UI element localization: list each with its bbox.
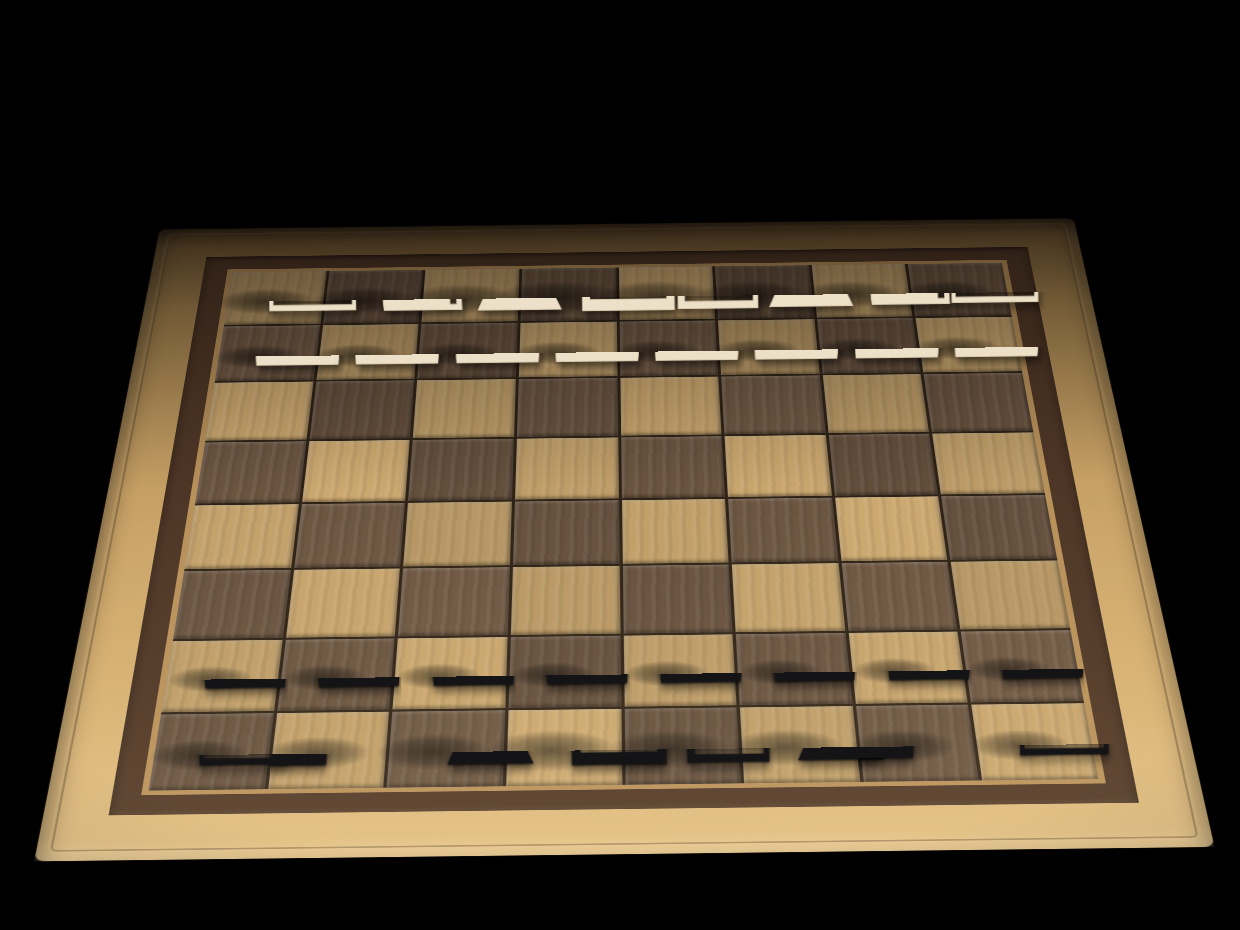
piece-black-knight[interactable]: ♞ — [271, 753, 388, 754]
black-knight-glyph: ♞ — [288, 554, 371, 803]
square[interactable] — [520, 268, 616, 321]
square[interactable] — [721, 375, 825, 434]
black-king-glyph: ♚ — [522, 503, 605, 813]
square[interactable] — [811, 264, 912, 317]
square[interactable] — [620, 377, 722, 436]
square[interactable] — [195, 441, 306, 503]
square[interactable] — [422, 269, 520, 322]
black-bishop-glyph: ♝ — [405, 535, 488, 806]
square[interactable] — [517, 378, 618, 437]
square[interactable] — [718, 319, 820, 375]
square[interactable] — [316, 324, 419, 380]
chess-board: ♜♞♝♚♛♝♞♜♟♟♟♟♟♟♟♟♟♟♟♟♟♟♟♟♜♞♝♚♛♝♞♜ — [34, 219, 1214, 862]
black-knight-glyph: ♞ — [874, 547, 957, 796]
square[interactable] — [725, 435, 832, 497]
square[interactable] — [932, 432, 1044, 494]
square[interactable] — [417, 323, 517, 379]
square[interactable] — [908, 263, 1012, 316]
piece-black-rook[interactable]: ♜ — [975, 744, 1092, 745]
square[interactable] — [205, 382, 313, 441]
square[interactable] — [823, 374, 930, 433]
square[interactable] — [829, 434, 939, 496]
square[interactable] — [309, 380, 414, 439]
square[interactable] — [519, 321, 617, 377]
square[interactable] — [323, 270, 423, 324]
square[interactable] — [817, 318, 921, 374]
black-queen-glyph: ♛ — [639, 519, 722, 807]
piece-black-knight[interactable]: ♞ — [857, 746, 974, 747]
square[interactable] — [302, 440, 410, 502]
square[interactable] — [408, 439, 514, 501]
square[interactable] — [619, 266, 716, 319]
piece-black-bishop[interactable]: ♝ — [389, 751, 506, 752]
black-rook-glyph: ♜ — [991, 559, 1074, 792]
square[interactable] — [413, 379, 516, 438]
square[interactable] — [715, 265, 814, 318]
square[interactable] — [215, 325, 320, 381]
square[interactable] — [224, 271, 326, 325]
square[interactable] — [924, 373, 1033, 432]
square[interactable] — [916, 317, 1022, 373]
scene: ♜♞♝♚♛♝♞♜♟♟♟♟♟♟♟♟♟♟♟♟♟♟♟♟♜♞♝♚♛♝♞♜ — [0, 0, 1240, 930]
square[interactable] — [619, 320, 718, 376]
photo-background: ♜♞♝♚♛♝♞♜♟♟♟♟♟♟♟♟♟♟♟♟♟♟♟♟♜♞♝♚♛♝♞♜ — [0, 0, 1240, 930]
